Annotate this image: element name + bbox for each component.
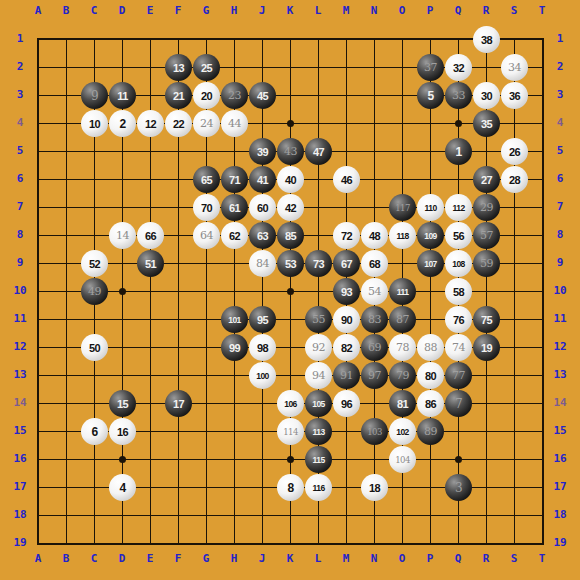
black-stone-19: 19 bbox=[473, 334, 500, 361]
white-stone-32: 32 bbox=[445, 54, 472, 81]
move-number: 29 bbox=[480, 201, 493, 214]
row-label-left: 14 bbox=[8, 396, 32, 410]
move-number: 100 bbox=[256, 371, 269, 381]
black-stone-61: 61 bbox=[221, 194, 248, 221]
move-number: 55 bbox=[312, 313, 325, 326]
black-stone-87: 87 bbox=[389, 306, 416, 333]
move-number: 67 bbox=[341, 258, 352, 270]
move-number: 44 bbox=[228, 117, 241, 130]
black-stone-89: 89 bbox=[417, 418, 444, 445]
move-number: 109 bbox=[424, 231, 437, 241]
move-number: 42 bbox=[285, 202, 296, 214]
row-label-left: 10 bbox=[8, 284, 32, 298]
col-label-bottom: Q bbox=[446, 552, 470, 566]
move-number: 28 bbox=[509, 174, 520, 186]
black-stone-115: 115 bbox=[305, 446, 332, 473]
white-stone-76: 76 bbox=[445, 306, 472, 333]
white-stone-56: 56 bbox=[445, 222, 472, 249]
black-stone-63: 63 bbox=[249, 222, 276, 249]
move-number: 94 bbox=[312, 369, 325, 382]
move-number: 48 bbox=[369, 230, 380, 242]
white-stone-48: 48 bbox=[361, 222, 388, 249]
move-number: 17 bbox=[173, 398, 184, 410]
move-number: 50 bbox=[89, 342, 100, 354]
col-label-top: M bbox=[334, 4, 358, 18]
move-number: 35 bbox=[481, 118, 492, 130]
black-stone-55: 55 bbox=[305, 306, 332, 333]
move-number: 117 bbox=[395, 203, 410, 213]
row-label-left: 15 bbox=[8, 424, 32, 438]
black-stone-71: 71 bbox=[221, 166, 248, 193]
black-stone-7: 7 bbox=[445, 390, 472, 417]
row-label-right: 6 bbox=[548, 172, 572, 186]
black-stone-33: 33 bbox=[445, 82, 472, 109]
col-label-bottom: K bbox=[278, 552, 302, 566]
black-stone-37: 37 bbox=[417, 54, 444, 81]
row-label-left: 12 bbox=[8, 340, 32, 354]
black-stone-113: 113 bbox=[305, 418, 332, 445]
white-stone-18: 18 bbox=[361, 474, 388, 501]
col-label-bottom: H bbox=[222, 552, 246, 566]
black-stone-39: 39 bbox=[249, 138, 276, 165]
white-stone-118: 118 bbox=[389, 222, 416, 249]
col-label-top: R bbox=[474, 4, 498, 18]
move-number: 92 bbox=[312, 341, 325, 354]
move-number: 40 bbox=[285, 174, 296, 186]
row-label-left: 11 bbox=[8, 312, 32, 326]
black-stone-85: 85 bbox=[277, 222, 304, 249]
move-number: 24 bbox=[200, 117, 213, 130]
move-number: 66 bbox=[145, 230, 156, 242]
row-label-right: 1 bbox=[548, 32, 572, 46]
col-label-bottom: D bbox=[110, 552, 134, 566]
move-number: 72 bbox=[341, 230, 352, 242]
black-stone-49: 49 bbox=[81, 278, 108, 305]
star-point bbox=[455, 456, 462, 463]
move-number: 25 bbox=[201, 62, 212, 74]
white-stone-4: 4 bbox=[109, 474, 136, 501]
white-stone-14: 14 bbox=[109, 222, 136, 249]
black-stone-17: 17 bbox=[165, 390, 192, 417]
move-number: 78 bbox=[396, 341, 409, 354]
col-label-bottom: S bbox=[502, 552, 526, 566]
move-number: 20 bbox=[201, 90, 212, 102]
black-stone-73: 73 bbox=[305, 250, 332, 277]
white-stone-60: 60 bbox=[249, 194, 276, 221]
white-stone-116: 116 bbox=[305, 474, 332, 501]
black-stone-51: 51 bbox=[137, 250, 164, 277]
move-number: 74 bbox=[452, 341, 465, 354]
move-number: 105 bbox=[312, 399, 325, 409]
white-stone-66: 66 bbox=[137, 222, 164, 249]
col-label-top: L bbox=[306, 4, 330, 18]
move-number: 115 bbox=[312, 455, 324, 465]
move-number: 88 bbox=[424, 341, 437, 354]
white-stone-92: 92 bbox=[305, 334, 332, 361]
col-label-top: P bbox=[418, 4, 442, 18]
move-number: 70 bbox=[201, 202, 212, 214]
white-stone-52: 52 bbox=[81, 250, 108, 277]
row-label-left: 16 bbox=[8, 452, 32, 466]
move-number: 116 bbox=[312, 483, 324, 493]
row-label-right: 16 bbox=[548, 452, 572, 466]
col-label-bottom: T bbox=[530, 552, 554, 566]
move-number: 2 bbox=[119, 117, 125, 131]
move-number: 114 bbox=[283, 427, 298, 437]
col-label-top: A bbox=[26, 4, 50, 18]
move-number: 86 bbox=[425, 398, 436, 410]
white-stone-58: 58 bbox=[445, 278, 472, 305]
move-number: 9 bbox=[91, 89, 98, 103]
move-number: 93 bbox=[341, 286, 352, 298]
move-number: 76 bbox=[453, 314, 464, 326]
black-stone-111: 111 bbox=[389, 278, 416, 305]
move-number: 106 bbox=[284, 399, 297, 409]
col-label-bottom: A bbox=[26, 552, 50, 566]
row-label-right: 4 bbox=[548, 116, 572, 130]
move-number: 7 bbox=[455, 397, 462, 411]
black-stone-1: 1 bbox=[445, 138, 472, 165]
white-stone-16: 16 bbox=[109, 418, 136, 445]
row-label-left: 5 bbox=[8, 144, 32, 158]
move-number: 26 bbox=[509, 146, 520, 158]
move-number: 64 bbox=[200, 229, 213, 242]
black-stone-69: 69 bbox=[361, 334, 388, 361]
move-number: 38 bbox=[481, 34, 492, 46]
col-label-top: J bbox=[250, 4, 274, 18]
row-label-left: 1 bbox=[8, 32, 32, 46]
col-label-top: N bbox=[362, 4, 386, 18]
white-stone-20: 20 bbox=[193, 82, 220, 109]
black-stone-3: 3 bbox=[445, 474, 472, 501]
move-number: 111 bbox=[397, 287, 409, 297]
white-stone-26: 26 bbox=[501, 138, 528, 165]
move-number: 118 bbox=[396, 231, 408, 241]
white-stone-114: 114 bbox=[277, 418, 304, 445]
black-stone-59: 59 bbox=[473, 250, 500, 277]
col-label-bottom: J bbox=[250, 552, 274, 566]
move-number: 107 bbox=[424, 259, 437, 269]
move-number: 102 bbox=[396, 427, 409, 437]
row-label-left: 17 bbox=[8, 480, 32, 494]
col-label-top: K bbox=[278, 4, 302, 18]
move-number: 22 bbox=[173, 118, 184, 130]
white-stone-8: 8 bbox=[277, 474, 304, 501]
col-label-top: E bbox=[138, 4, 162, 18]
black-stone-43: 43 bbox=[277, 138, 304, 165]
move-number: 19 bbox=[481, 342, 492, 354]
move-number: 33 bbox=[452, 89, 465, 102]
move-number: 90 bbox=[341, 314, 352, 326]
row-label-right: 12 bbox=[548, 340, 572, 354]
white-stone-98: 98 bbox=[249, 334, 276, 361]
row-label-left: 2 bbox=[8, 60, 32, 74]
star-point bbox=[119, 288, 126, 295]
black-stone-9: 9 bbox=[81, 82, 108, 109]
white-stone-74: 74 bbox=[445, 334, 472, 361]
white-stone-22: 22 bbox=[165, 110, 192, 137]
move-number: 108 bbox=[452, 259, 465, 269]
move-number: 79 bbox=[396, 369, 409, 382]
move-number: 65 bbox=[201, 174, 212, 186]
move-number: 68 bbox=[369, 258, 380, 270]
col-label-top: F bbox=[166, 4, 190, 18]
row-label-left: 3 bbox=[8, 88, 32, 102]
black-stone-45: 45 bbox=[249, 82, 276, 109]
move-number: 101 bbox=[228, 315, 241, 325]
move-number: 84 bbox=[256, 257, 269, 270]
black-stone-95: 95 bbox=[249, 306, 276, 333]
white-stone-94: 94 bbox=[305, 362, 332, 389]
white-stone-42: 42 bbox=[277, 194, 304, 221]
move-number: 83 bbox=[368, 313, 381, 326]
move-number: 95 bbox=[257, 314, 268, 326]
row-label-left: 8 bbox=[8, 228, 32, 242]
move-number: 57 bbox=[480, 229, 493, 242]
row-label-right: 17 bbox=[548, 480, 572, 494]
col-label-bottom: M bbox=[334, 552, 358, 566]
col-label-top: S bbox=[502, 4, 526, 18]
move-number: 113 bbox=[312, 427, 324, 437]
white-stone-100: 100 bbox=[249, 362, 276, 389]
star-point bbox=[119, 456, 126, 463]
black-stone-29: 29 bbox=[473, 194, 500, 221]
move-number: 34 bbox=[508, 61, 521, 74]
white-stone-6: 6 bbox=[81, 418, 108, 445]
move-number: 47 bbox=[313, 146, 324, 158]
black-stone-57: 57 bbox=[473, 222, 500, 249]
white-stone-70: 70 bbox=[193, 194, 220, 221]
white-stone-50: 50 bbox=[81, 334, 108, 361]
move-number: 91 bbox=[340, 369, 353, 382]
move-number: 15 bbox=[117, 398, 128, 410]
move-number: 103 bbox=[367, 427, 382, 437]
black-stone-41: 41 bbox=[249, 166, 276, 193]
black-stone-35: 35 bbox=[473, 110, 500, 137]
star-point bbox=[287, 120, 294, 127]
black-stone-79: 79 bbox=[389, 362, 416, 389]
star-point bbox=[287, 456, 294, 463]
row-label-left: 13 bbox=[8, 368, 32, 382]
move-number: 23 bbox=[228, 89, 241, 102]
move-number: 3 bbox=[455, 481, 462, 495]
col-label-top: B bbox=[54, 4, 78, 18]
move-number: 73 bbox=[313, 258, 324, 270]
row-label-right: 9 bbox=[548, 256, 572, 270]
black-stone-105: 105 bbox=[305, 390, 332, 417]
row-label-right: 3 bbox=[548, 88, 572, 102]
white-stone-46: 46 bbox=[333, 166, 360, 193]
black-stone-83: 83 bbox=[361, 306, 388, 333]
move-number: 59 bbox=[480, 257, 493, 270]
black-stone-75: 75 bbox=[473, 306, 500, 333]
move-number: 21 bbox=[173, 90, 184, 102]
row-label-right: 15 bbox=[548, 424, 572, 438]
move-number: 36 bbox=[509, 90, 520, 102]
col-label-bottom: N bbox=[362, 552, 386, 566]
black-stone-107: 107 bbox=[417, 250, 444, 277]
go-board[interactable]: AABBCCDDEEFFGGHHJJKKLLMMNNOOPPQQRRSSTT11… bbox=[0, 0, 580, 580]
col-label-top: Q bbox=[446, 4, 470, 18]
black-stone-65: 65 bbox=[193, 166, 220, 193]
black-stone-93: 93 bbox=[333, 278, 360, 305]
white-stone-40: 40 bbox=[277, 166, 304, 193]
black-stone-109: 109 bbox=[417, 222, 444, 249]
col-label-bottom: F bbox=[166, 552, 190, 566]
black-stone-21: 21 bbox=[165, 82, 192, 109]
move-number: 46 bbox=[341, 174, 352, 186]
white-stone-80: 80 bbox=[417, 362, 444, 389]
move-number: 18 bbox=[369, 482, 380, 494]
move-number: 27 bbox=[481, 174, 492, 186]
move-number: 16 bbox=[117, 426, 128, 438]
move-number: 77 bbox=[452, 369, 465, 382]
white-stone-2: 2 bbox=[109, 110, 136, 137]
col-label-bottom: P bbox=[418, 552, 442, 566]
move-number: 32 bbox=[453, 62, 464, 74]
row-label-right: 13 bbox=[548, 368, 572, 382]
move-number: 96 bbox=[341, 398, 352, 410]
move-number: 37 bbox=[424, 61, 437, 74]
col-label-bottom: R bbox=[474, 552, 498, 566]
move-number: 58 bbox=[453, 286, 464, 298]
row-label-right: 8 bbox=[548, 228, 572, 242]
white-stone-12: 12 bbox=[137, 110, 164, 137]
white-stone-96: 96 bbox=[333, 390, 360, 417]
white-stone-110: 110 bbox=[417, 194, 444, 221]
black-stone-23: 23 bbox=[221, 82, 248, 109]
black-stone-67: 67 bbox=[333, 250, 360, 277]
col-label-bottom: C bbox=[82, 552, 106, 566]
move-number: 6 bbox=[91, 425, 97, 439]
star-point bbox=[287, 288, 294, 295]
move-number: 4 bbox=[119, 481, 125, 495]
move-number: 54 bbox=[368, 285, 381, 298]
move-number: 51 bbox=[145, 258, 156, 270]
move-number: 71 bbox=[229, 174, 240, 186]
move-number: 30 bbox=[481, 90, 492, 102]
move-number: 13 bbox=[173, 62, 184, 74]
white-stone-24: 24 bbox=[193, 110, 220, 137]
move-number: 75 bbox=[481, 314, 492, 326]
black-stone-11: 11 bbox=[109, 82, 136, 109]
move-number: 53 bbox=[285, 258, 296, 270]
move-number: 60 bbox=[257, 202, 268, 214]
white-stone-38: 38 bbox=[473, 26, 500, 53]
row-label-left: 9 bbox=[8, 256, 32, 270]
black-stone-15: 15 bbox=[109, 390, 136, 417]
white-stone-44: 44 bbox=[221, 110, 248, 137]
white-stone-34: 34 bbox=[501, 54, 528, 81]
row-label-left: 6 bbox=[8, 172, 32, 186]
col-label-top: G bbox=[194, 4, 218, 18]
col-label-top: T bbox=[530, 4, 554, 18]
col-label-bottom: E bbox=[138, 552, 162, 566]
move-number: 85 bbox=[285, 230, 296, 242]
row-label-right: 18 bbox=[548, 508, 572, 522]
move-number: 97 bbox=[368, 369, 381, 382]
black-stone-103: 103 bbox=[361, 418, 388, 445]
col-label-top: D bbox=[110, 4, 134, 18]
move-number: 49 bbox=[88, 285, 101, 298]
white-stone-102: 102 bbox=[389, 418, 416, 445]
col-label-top: H bbox=[222, 4, 246, 18]
move-number: 10 bbox=[89, 118, 100, 130]
move-number: 41 bbox=[257, 174, 268, 186]
black-stone-77: 77 bbox=[445, 362, 472, 389]
col-label-bottom: O bbox=[390, 552, 414, 566]
row-label-right: 11 bbox=[548, 312, 572, 326]
white-stone-90: 90 bbox=[333, 306, 360, 333]
move-number: 62 bbox=[229, 230, 240, 242]
row-label-left: 18 bbox=[8, 508, 32, 522]
col-label-bottom: B bbox=[54, 552, 78, 566]
white-stone-106: 106 bbox=[277, 390, 304, 417]
move-number: 45 bbox=[257, 90, 268, 102]
white-stone-64: 64 bbox=[193, 222, 220, 249]
col-label-top: O bbox=[390, 4, 414, 18]
white-stone-108: 108 bbox=[445, 250, 472, 277]
black-stone-25: 25 bbox=[193, 54, 220, 81]
move-number: 5 bbox=[427, 89, 433, 103]
white-stone-10: 10 bbox=[81, 110, 108, 137]
move-number: 89 bbox=[424, 425, 437, 438]
black-stone-27: 27 bbox=[473, 166, 500, 193]
move-number: 110 bbox=[424, 203, 436, 213]
move-number: 82 bbox=[341, 342, 352, 354]
col-label-bottom: L bbox=[306, 552, 330, 566]
white-stone-36: 36 bbox=[501, 82, 528, 109]
black-stone-47: 47 bbox=[305, 138, 332, 165]
row-label-right: 7 bbox=[548, 200, 572, 214]
white-stone-62: 62 bbox=[221, 222, 248, 249]
white-stone-28: 28 bbox=[501, 166, 528, 193]
white-stone-72: 72 bbox=[333, 222, 360, 249]
move-number: 11 bbox=[117, 90, 128, 102]
move-number: 63 bbox=[257, 230, 268, 242]
black-stone-97: 97 bbox=[361, 362, 388, 389]
black-stone-13: 13 bbox=[165, 54, 192, 81]
white-stone-86: 86 bbox=[417, 390, 444, 417]
white-stone-112: 112 bbox=[445, 194, 472, 221]
move-number: 1 bbox=[455, 145, 461, 159]
black-stone-5: 5 bbox=[417, 82, 444, 109]
white-stone-88: 88 bbox=[417, 334, 444, 361]
move-number: 112 bbox=[452, 203, 464, 213]
black-stone-53: 53 bbox=[277, 250, 304, 277]
move-number: 39 bbox=[257, 146, 268, 158]
black-stone-99: 99 bbox=[221, 334, 248, 361]
move-number: 81 bbox=[397, 398, 408, 410]
col-label-top: C bbox=[82, 4, 106, 18]
white-stone-30: 30 bbox=[473, 82, 500, 109]
black-stone-81: 81 bbox=[389, 390, 416, 417]
row-label-right: 19 bbox=[548, 536, 572, 550]
move-number: 98 bbox=[257, 342, 268, 354]
row-label-right: 14 bbox=[548, 396, 572, 410]
row-label-left: 4 bbox=[8, 116, 32, 130]
move-number: 12 bbox=[145, 118, 156, 130]
row-label-left: 7 bbox=[8, 200, 32, 214]
move-number: 8 bbox=[287, 481, 293, 495]
white-stone-104: 104 bbox=[389, 446, 416, 473]
col-label-bottom: G bbox=[194, 552, 218, 566]
move-number: 104 bbox=[395, 455, 410, 465]
white-stone-84: 84 bbox=[249, 250, 276, 277]
move-number: 99 bbox=[229, 342, 240, 354]
star-point bbox=[455, 120, 462, 127]
white-stone-82: 82 bbox=[333, 334, 360, 361]
